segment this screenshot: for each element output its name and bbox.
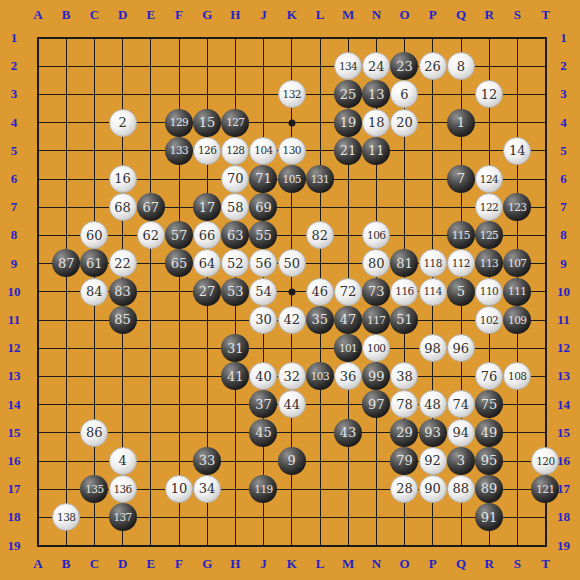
stone-white-14: 14 xyxy=(503,137,531,165)
stone-white-52: 52 xyxy=(221,249,249,277)
stone-white-116: 116 xyxy=(390,278,418,306)
goban: ABCDEFGHJKLMNOPQRST ABCDEFGHJKLMNOPQRST … xyxy=(0,0,580,580)
coordinate-label: 18 xyxy=(8,509,21,525)
stone-black-57: 57 xyxy=(165,221,193,249)
coordinate-label: 8 xyxy=(560,227,567,243)
stone-white-112: 112 xyxy=(447,249,475,277)
stone-black-33: 33 xyxy=(193,447,221,475)
stone-black-17: 17 xyxy=(193,193,221,221)
stone-black-101: 101 xyxy=(334,334,362,362)
stone-white-40: 40 xyxy=(249,362,277,390)
stone-black-71: 71 xyxy=(249,165,277,193)
coordinate-label: 2 xyxy=(11,58,18,74)
coordinate-label: P xyxy=(429,7,437,23)
stone-white-22: 22 xyxy=(109,249,137,277)
coordinate-label: 2 xyxy=(560,58,567,74)
coordinate-label: 7 xyxy=(11,199,18,215)
stone-black-61: 61 xyxy=(80,249,108,277)
stone-white-34: 34 xyxy=(193,475,221,503)
stone-white-94: 94 xyxy=(447,419,475,447)
stone-black-103: 103 xyxy=(306,362,334,390)
stone-white-96: 96 xyxy=(447,334,475,362)
coordinate-label: 7 xyxy=(560,199,567,215)
coordinate-label: 13 xyxy=(8,368,21,384)
coordinate-label: C xyxy=(90,7,99,23)
stone-black-99: 99 xyxy=(362,362,390,390)
stone-white-138: 138 xyxy=(52,503,80,531)
coordinate-label: 15 xyxy=(8,425,21,441)
stone-white-12: 12 xyxy=(475,80,503,108)
stone-white-128: 128 xyxy=(221,137,249,165)
stone-black-111: 111 xyxy=(503,278,531,306)
coordinate-label: 5 xyxy=(560,143,567,159)
stone-black-65: 65 xyxy=(165,249,193,277)
stone-white-124: 124 xyxy=(475,165,503,193)
coordinate-label: S xyxy=(514,7,521,23)
stone-black-23: 23 xyxy=(390,52,418,80)
stone-black-55: 55 xyxy=(249,221,277,249)
stone-black-119: 119 xyxy=(249,475,277,503)
stone-black-93: 93 xyxy=(419,419,447,447)
stone-white-126: 126 xyxy=(193,137,221,165)
stone-black-21: 21 xyxy=(334,137,362,165)
stone-white-72: 72 xyxy=(334,278,362,306)
coordinate-label: 11 xyxy=(8,312,20,328)
coordinate-label: 17 xyxy=(8,481,21,497)
stone-black-37: 37 xyxy=(249,390,277,418)
stone-white-66: 66 xyxy=(193,221,221,249)
coordinate-label: L xyxy=(316,7,325,23)
stone-white-62: 62 xyxy=(137,221,165,249)
stone-white-88: 88 xyxy=(447,475,475,503)
stone-white-64: 64 xyxy=(193,249,221,277)
stone-white-4: 4 xyxy=(109,447,137,475)
stone-black-75: 75 xyxy=(475,390,503,418)
stone-black-11: 11 xyxy=(362,137,390,165)
stone-black-69: 69 xyxy=(249,193,277,221)
stone-black-13: 13 xyxy=(362,80,390,108)
stone-black-105: 105 xyxy=(278,165,306,193)
stone-white-92: 92 xyxy=(419,447,447,475)
coordinate-label: 9 xyxy=(560,256,567,272)
stone-black-85: 85 xyxy=(109,306,137,334)
coordinate-label: O xyxy=(400,7,410,23)
stone-black-117: 117 xyxy=(362,306,390,334)
stone-black-89: 89 xyxy=(475,475,503,503)
stone-white-84: 84 xyxy=(80,278,108,306)
stone-black-81: 81 xyxy=(390,249,418,277)
stone-black-127: 127 xyxy=(221,109,249,137)
stone-black-123: 123 xyxy=(503,193,531,221)
stone-white-104: 104 xyxy=(249,137,277,165)
stone-white-130: 130 xyxy=(278,137,306,165)
stone-white-114: 114 xyxy=(419,278,447,306)
stone-white-54: 54 xyxy=(249,278,277,306)
stone-white-32: 32 xyxy=(278,362,306,390)
stone-black-9: 9 xyxy=(278,447,306,475)
stone-white-48: 48 xyxy=(419,390,447,418)
stone-black-83: 83 xyxy=(109,278,137,306)
stone-white-2: 2 xyxy=(109,109,137,137)
stone-black-15: 15 xyxy=(193,109,221,137)
stone-black-137: 137 xyxy=(109,503,137,531)
stone-white-106: 106 xyxy=(362,221,390,249)
stone-black-79: 79 xyxy=(390,447,418,475)
stone-white-90: 90 xyxy=(419,475,447,503)
stone-black-1: 1 xyxy=(447,109,475,137)
stone-black-25: 25 xyxy=(334,80,362,108)
stone-black-41: 41 xyxy=(221,362,249,390)
stone-white-36: 36 xyxy=(334,362,362,390)
stone-white-28: 28 xyxy=(390,475,418,503)
coordinate-label: 3 xyxy=(11,86,18,102)
coordinate-label: 8 xyxy=(11,227,18,243)
stone-black-45: 45 xyxy=(249,419,277,447)
stone-white-134: 134 xyxy=(334,52,362,80)
stone-black-113: 113 xyxy=(475,249,503,277)
coordinate-label: 9 xyxy=(11,256,18,272)
stone-white-44: 44 xyxy=(278,390,306,418)
coordinate-label: 16 xyxy=(8,453,21,469)
coordinate-label: 4 xyxy=(11,115,18,131)
stone-black-125: 125 xyxy=(475,221,503,249)
stone-black-97: 97 xyxy=(362,390,390,418)
stone-white-42: 42 xyxy=(278,306,306,334)
coordinate-label: 12 xyxy=(8,340,21,356)
stone-black-35: 35 xyxy=(306,306,334,334)
coordinate-label: T xyxy=(541,7,550,23)
stone-white-38: 38 xyxy=(390,362,418,390)
coordinate-label: 6 xyxy=(560,171,567,187)
coordinate-label: 5 xyxy=(11,143,18,159)
coordinate-label: M xyxy=(342,7,354,23)
stone-black-135: 135 xyxy=(80,475,108,503)
coordinate-label: R xyxy=(484,7,493,23)
stone-black-51: 51 xyxy=(390,306,418,334)
coordinate-label: 6 xyxy=(11,171,18,187)
stone-white-18: 18 xyxy=(362,109,390,137)
coordinate-label: J xyxy=(260,7,267,23)
coordinate-label: F xyxy=(175,7,183,23)
coordinate-label: 1 xyxy=(11,30,18,46)
stone-black-53: 53 xyxy=(221,278,249,306)
coordinate-label: K xyxy=(287,7,297,23)
stone-white-136: 136 xyxy=(109,475,137,503)
stone-white-76: 76 xyxy=(475,362,503,390)
stone-black-29: 29 xyxy=(390,419,418,447)
coordinate-label: 19 xyxy=(8,538,21,554)
stone-black-115: 115 xyxy=(447,221,475,249)
stone-white-80: 80 xyxy=(362,249,390,277)
stone-white-68: 68 xyxy=(109,193,137,221)
stone-white-46: 46 xyxy=(306,278,334,306)
coordinate-label: 1 xyxy=(560,30,567,46)
stone-white-26: 26 xyxy=(419,52,447,80)
stone-black-129: 129 xyxy=(165,109,193,137)
coordinate-label: D xyxy=(118,7,127,23)
stone-white-8: 8 xyxy=(447,52,475,80)
coordinate-label: 4 xyxy=(560,115,567,131)
stone-black-47: 47 xyxy=(334,306,362,334)
stone-black-7: 7 xyxy=(447,165,475,193)
stone-black-63: 63 xyxy=(221,221,249,249)
stone-white-30: 30 xyxy=(249,306,277,334)
stone-white-16: 16 xyxy=(109,165,137,193)
stone-black-73: 73 xyxy=(362,278,390,306)
stone-white-86: 86 xyxy=(80,419,108,447)
stone-black-95: 95 xyxy=(475,447,503,475)
coordinate-label: N xyxy=(372,7,381,23)
stone-black-49: 49 xyxy=(475,419,503,447)
board-grid[interactable]: 1234567891011121314151617181920212223242… xyxy=(24,24,560,560)
stone-white-6: 6 xyxy=(390,80,418,108)
coordinate-label: 3 xyxy=(560,86,567,102)
coordinate-label: 14 xyxy=(8,397,21,413)
stone-black-3: 3 xyxy=(447,447,475,475)
stone-white-74: 74 xyxy=(447,390,475,418)
stone-black-121: 121 xyxy=(531,475,559,503)
stone-black-109: 109 xyxy=(503,306,531,334)
stone-black-107: 107 xyxy=(503,249,531,277)
coordinate-label: Q xyxy=(456,7,466,23)
stone-white-82: 82 xyxy=(306,221,334,249)
stone-white-24: 24 xyxy=(362,52,390,80)
stone-white-78: 78 xyxy=(390,390,418,418)
stone-white-70: 70 xyxy=(221,165,249,193)
stone-black-91: 91 xyxy=(475,503,503,531)
stone-white-20: 20 xyxy=(390,109,418,137)
stone-black-31: 31 xyxy=(221,334,249,362)
stone-white-108: 108 xyxy=(503,362,531,390)
stone-white-110: 110 xyxy=(475,278,503,306)
stone-white-120: 120 xyxy=(531,447,559,475)
coordinate-label: H xyxy=(230,7,240,23)
stone-black-27: 27 xyxy=(193,278,221,306)
coordinate-label: E xyxy=(146,7,155,23)
stone-white-50: 50 xyxy=(278,249,306,277)
stone-black-43: 43 xyxy=(334,419,362,447)
stone-white-58: 58 xyxy=(221,193,249,221)
stone-white-98: 98 xyxy=(419,334,447,362)
stone-black-67: 67 xyxy=(137,193,165,221)
stone-black-133: 133 xyxy=(165,137,193,165)
stone-white-132: 132 xyxy=(278,80,306,108)
stone-white-10: 10 xyxy=(165,475,193,503)
stone-black-131: 131 xyxy=(306,165,334,193)
stone-black-19: 19 xyxy=(334,109,362,137)
coordinate-label: B xyxy=(62,7,71,23)
stone-white-122: 122 xyxy=(475,193,503,221)
stone-black-87: 87 xyxy=(52,249,80,277)
stone-white-60: 60 xyxy=(80,221,108,249)
coordinate-label: A xyxy=(33,7,42,23)
stone-white-100: 100 xyxy=(362,334,390,362)
stone-white-118: 118 xyxy=(419,249,447,277)
stone-black-5: 5 xyxy=(447,278,475,306)
stone-white-102: 102 xyxy=(475,306,503,334)
stone-white-56: 56 xyxy=(249,249,277,277)
coordinate-label: 10 xyxy=(8,284,21,300)
coordinate-label: G xyxy=(202,7,212,23)
